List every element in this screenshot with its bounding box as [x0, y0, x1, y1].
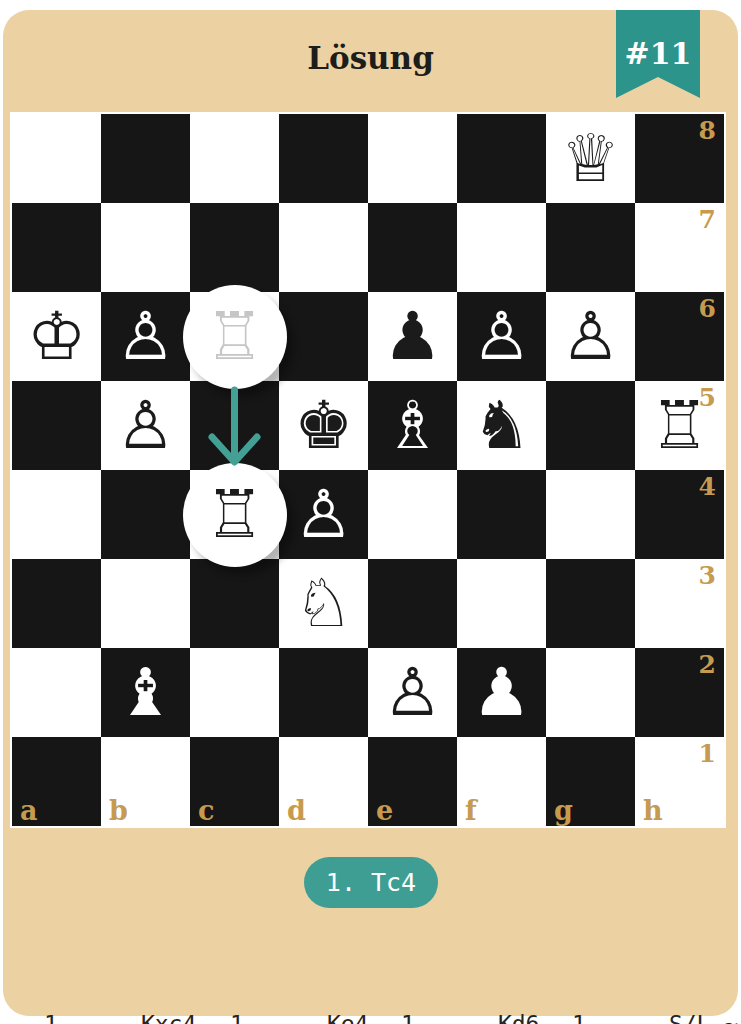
white-bishop: ♝: [101, 648, 190, 737]
variation-3: 1. ... Kd6 2. Dd8 ++: [401, 932, 539, 1024]
square-d4: ♙: [279, 470, 368, 559]
square-h6: 6: [635, 292, 724, 381]
white-pawn: ♙: [368, 648, 457, 737]
move-line: 1. ... Ke4: [230, 1006, 368, 1024]
move-line: 1. ... S/L ~: [572, 1006, 738, 1024]
square-c2: [190, 648, 279, 737]
square-e3: [368, 559, 457, 648]
square-e1: e: [368, 737, 457, 826]
square-b5: ♙: [101, 381, 190, 470]
square-a5: [12, 381, 101, 470]
square-b8: [101, 114, 190, 203]
square-a7: [12, 203, 101, 292]
square-e7: [368, 203, 457, 292]
square-b6: ♙: [101, 292, 190, 381]
rank-label-1: 1: [699, 739, 716, 768]
square-c4: ♖: [190, 470, 279, 559]
file-label-b: b: [109, 795, 128, 826]
square-d3: ♘: [279, 559, 368, 648]
square-f5: ♞: [457, 381, 546, 470]
square-h2: 2: [635, 648, 724, 737]
square-a2: [12, 648, 101, 737]
square-e8: [368, 114, 457, 203]
square-e5: ♗: [368, 381, 457, 470]
square-b4: [101, 470, 190, 559]
white-queen: ♕: [546, 114, 635, 203]
file-label-e: e: [376, 795, 393, 826]
white-king: ♔: [12, 292, 101, 381]
move-line: 1. ... Kd6: [401, 1006, 539, 1024]
square-f8: [457, 114, 546, 203]
square-a3: [12, 559, 101, 648]
square-b7: [101, 203, 190, 292]
chessboard-frame: ♕87♔♙♖♟♙♙6♙♚♗♞♖5♖♙4♘3♝♙♟2abcdefgh1: [10, 112, 726, 828]
square-g2: [546, 648, 635, 737]
square-f3: [457, 559, 546, 648]
black-bishop: ♗: [368, 381, 457, 470]
square-c3: [190, 559, 279, 648]
rank-label-2: 2: [699, 650, 716, 679]
rank-label-8: 8: [699, 116, 716, 145]
square-h4: 4: [635, 470, 724, 559]
square-g3: [546, 559, 635, 648]
square-f1: f: [457, 737, 546, 826]
square-g6: ♙: [546, 292, 635, 381]
square-h7: 7: [635, 203, 724, 292]
square-e6: ♟: [368, 292, 457, 381]
file-label-g: g: [554, 795, 573, 826]
puzzle-number: #11: [625, 36, 692, 71]
square-a8: [12, 114, 101, 203]
square-h5: ♖5: [635, 381, 724, 470]
black-king: ♚: [279, 381, 368, 470]
square-g1: g: [546, 737, 635, 826]
square-f6: ♙: [457, 292, 546, 381]
square-c1: c: [190, 737, 279, 826]
square-g4: [546, 470, 635, 559]
file-label-c: c: [198, 795, 214, 826]
square-b2: ♝: [101, 648, 190, 737]
black-knight: ♞: [457, 381, 546, 470]
rank-label-4: 4: [699, 472, 716, 501]
square-c7: [190, 203, 279, 292]
white-rook-ghost: ♖: [190, 292, 279, 381]
rank-label-5: 5: [699, 383, 716, 412]
variation-2: 1. ... Ke4 2. Da8 ++: [230, 932, 368, 1024]
square-a4: [12, 470, 101, 559]
square-e4: [368, 470, 457, 559]
square-d8: [279, 114, 368, 203]
solution-move-text: 1. Tc4: [326, 868, 416, 897]
file-label-f: f: [465, 795, 477, 826]
square-d2: [279, 648, 368, 737]
square-g5: [546, 381, 635, 470]
chessboard: ♕87♔♙♖♟♙♙6♙♚♗♞♖5♖♙4♘3♝♙♟2abcdefgh1: [12, 114, 724, 826]
white-knight: ♘: [279, 559, 368, 648]
black-pawn: ♙: [101, 292, 190, 381]
square-a1: a: [12, 737, 101, 826]
file-label-d: d: [287, 795, 306, 826]
white-pawn: ♙: [101, 381, 190, 470]
black-pawn: ♙: [279, 470, 368, 559]
solution-move-pill: 1. Tc4: [304, 857, 438, 908]
rank-label-3: 3: [699, 561, 716, 590]
square-a6: ♔: [12, 292, 101, 381]
square-c6: ♖: [190, 292, 279, 381]
white-rook: ♖: [190, 470, 279, 559]
move-line: 1. ... Kxc4: [44, 1006, 196, 1024]
square-h1: h1: [635, 737, 724, 826]
square-g8: ♕: [546, 114, 635, 203]
square-f4: [457, 470, 546, 559]
square-g7: [546, 203, 635, 292]
variation-1: 1. ... Kxc4 2. Dxe6 ++: [44, 932, 196, 1024]
square-b3: [101, 559, 190, 648]
square-h8: 8: [635, 114, 724, 203]
square-d5: ♚: [279, 381, 368, 470]
square-d6: [279, 292, 368, 381]
square-d1: d: [279, 737, 368, 826]
rank-label-6: 6: [699, 294, 716, 323]
square-b1: b: [101, 737, 190, 826]
square-f7: [457, 203, 546, 292]
square-f2: ♟: [457, 648, 546, 737]
white-pawn: ♟: [457, 648, 546, 737]
black-pawn: ♙: [457, 292, 546, 381]
file-label-h: h: [643, 795, 663, 826]
square-h3: 3: [635, 559, 724, 648]
white-pawn: ♙: [546, 292, 635, 381]
black-pawn: ♟: [368, 292, 457, 381]
file-label-a: a: [20, 795, 38, 826]
square-d7: [279, 203, 368, 292]
square-c8: [190, 114, 279, 203]
square-e2: ♙: [368, 648, 457, 737]
square-c5: [190, 381, 279, 470]
rank-label-7: 7: [699, 205, 716, 234]
variation-4: 1. ... S/L ~ 2. Txd4 ++: [572, 932, 738, 1024]
